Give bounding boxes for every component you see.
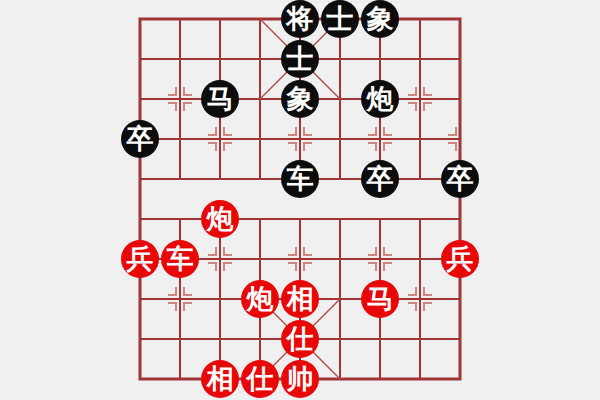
point-marker <box>368 263 376 271</box>
point-marker <box>424 287 432 295</box>
point-marker <box>408 287 416 295</box>
point-marker <box>224 263 232 271</box>
point-marker <box>384 127 392 135</box>
point-marker <box>304 247 312 255</box>
point-marker <box>304 143 312 151</box>
point-marker <box>304 127 312 135</box>
piece-red-elephant-2[interactable]: 相 <box>201 360 239 398</box>
point-marker <box>368 247 376 255</box>
piece-black-soldier-2[interactable]: 卒 <box>361 160 399 198</box>
piece-black-soldier-3[interactable]: 卒 <box>441 160 479 198</box>
piece-red-advisor-2[interactable]: 仕 <box>241 360 279 398</box>
piece-black-advisor-2[interactable]: 士 <box>281 40 319 78</box>
point-marker <box>224 127 232 135</box>
point-marker <box>288 263 296 271</box>
point-marker <box>304 263 312 271</box>
point-marker <box>208 127 216 135</box>
piece-red-cannon-1[interactable]: 炮 <box>201 200 239 238</box>
point-marker <box>408 87 416 95</box>
point-marker <box>168 287 176 295</box>
point-marker <box>208 143 216 151</box>
piece-red-chariot[interactable]: 车 <box>161 240 199 278</box>
point-marker <box>208 263 216 271</box>
point-marker <box>288 127 296 135</box>
piece-red-soldier-2[interactable]: 兵 <box>441 240 479 278</box>
piece-black-cannon[interactable]: 炮 <box>361 80 399 118</box>
point-marker <box>288 143 296 151</box>
point-marker <box>208 247 216 255</box>
point-marker <box>224 247 232 255</box>
piece-black-general[interactable]: 将 <box>281 0 319 38</box>
point-marker <box>368 143 376 151</box>
point-marker <box>384 247 392 255</box>
point-marker <box>448 143 456 151</box>
point-marker <box>448 127 456 135</box>
piece-red-cannon-2[interactable]: 炮 <box>241 280 279 318</box>
point-marker <box>384 263 392 271</box>
point-marker <box>184 303 192 311</box>
piece-red-soldier-1[interactable]: 兵 <box>121 240 159 278</box>
xiangqi-board[interactable]: 将士象士马象炮卒车卒卒炮兵车兵炮相马仕相仕帅 <box>0 0 600 400</box>
point-marker <box>184 287 192 295</box>
point-marker <box>424 303 432 311</box>
piece-black-advisor-1[interactable]: 士 <box>321 0 359 38</box>
piece-black-elephant-2[interactable]: 象 <box>281 80 319 118</box>
piece-black-horse[interactable]: 马 <box>201 80 239 118</box>
piece-red-king[interactable]: 帅 <box>281 360 319 398</box>
point-marker <box>184 87 192 95</box>
piece-black-soldier-1[interactable]: 卒 <box>121 120 159 158</box>
piece-red-horse[interactable]: 马 <box>361 280 399 318</box>
point-marker <box>384 143 392 151</box>
point-marker <box>368 127 376 135</box>
point-marker <box>224 143 232 151</box>
point-marker <box>168 303 176 311</box>
point-marker <box>424 87 432 95</box>
point-marker <box>408 303 416 311</box>
point-marker <box>184 103 192 111</box>
point-marker <box>408 103 416 111</box>
piece-black-elephant-1[interactable]: 象 <box>361 0 399 38</box>
piece-black-chariot[interactable]: 车 <box>281 160 319 198</box>
point-marker <box>424 103 432 111</box>
piece-red-advisor-1[interactable]: 仕 <box>281 320 319 358</box>
point-marker <box>168 103 176 111</box>
piece-red-elephant-1[interactable]: 相 <box>281 280 319 318</box>
point-marker <box>168 87 176 95</box>
point-marker <box>288 247 296 255</box>
